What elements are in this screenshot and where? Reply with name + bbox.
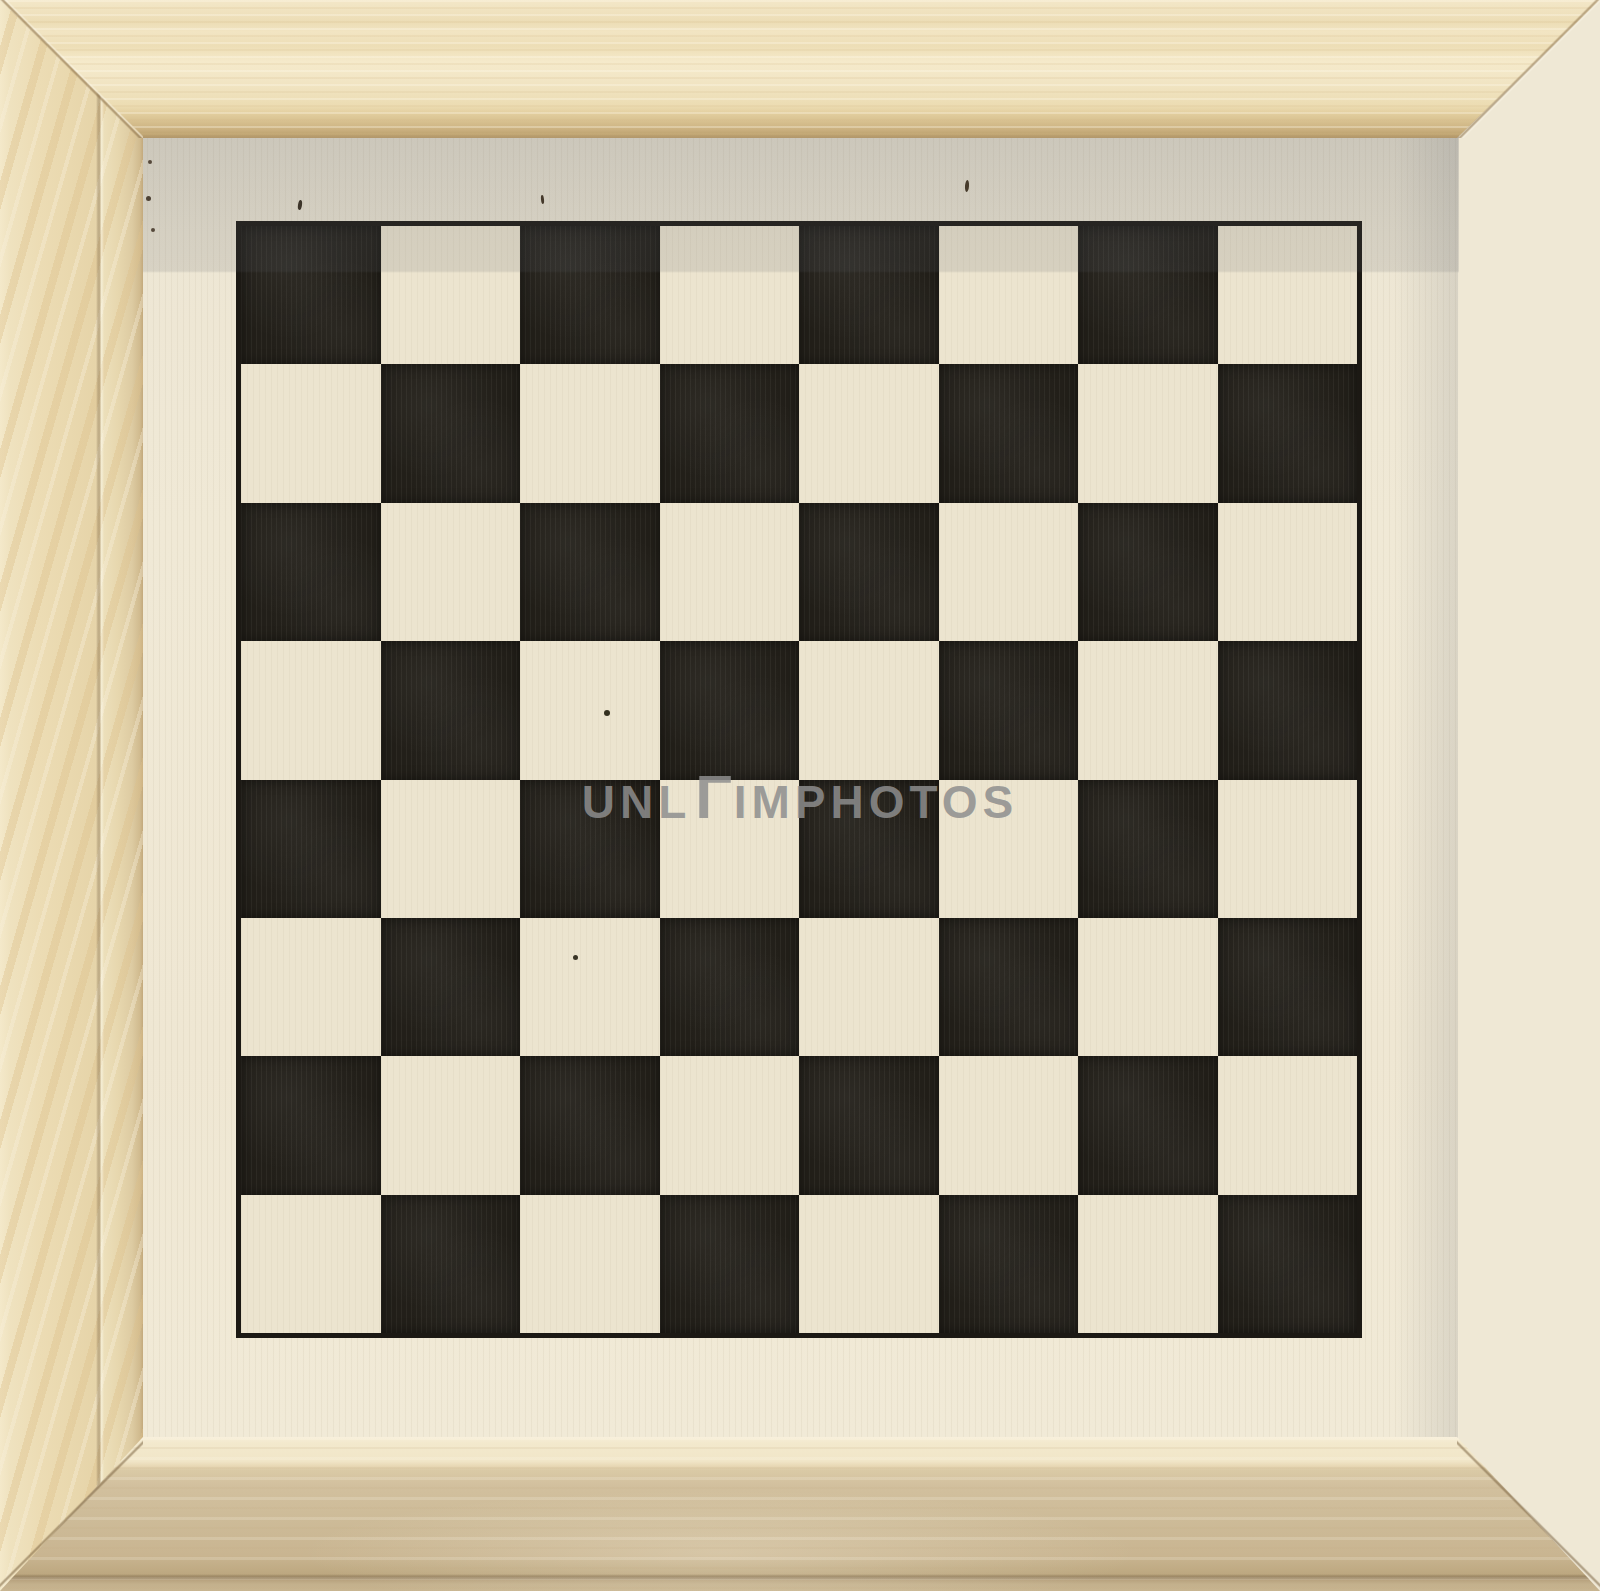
square-e2[interactable] [799,1056,939,1194]
frame-right [1457,0,1600,1591]
miter-seam-bottom-left [0,1437,143,1591]
square-e4[interactable] [799,780,939,918]
square-f6[interactable] [939,503,1079,641]
square-c5[interactable] [520,641,660,779]
square-b8[interactable] [381,226,521,364]
square-h6[interactable] [1218,503,1358,641]
square-f5[interactable] [939,641,1079,779]
square-d5[interactable] [660,641,800,779]
square-b2[interactable] [381,1056,521,1194]
square-c4[interactable] [520,780,660,918]
square-a6[interactable] [241,503,381,641]
wood-knot [86,1370,120,1422]
square-e8[interactable] [799,226,939,364]
square-c2[interactable] [520,1056,660,1194]
frame-left [0,0,143,1591]
square-g8[interactable] [1078,226,1218,364]
square-h8[interactable] [1218,226,1358,364]
square-f4[interactable] [939,780,1079,918]
square-b7[interactable] [381,364,521,502]
miter-seam-bottom-right [1457,1437,1600,1591]
square-d8[interactable] [660,226,800,364]
square-f7[interactable] [939,364,1079,502]
square-c7[interactable] [520,364,660,502]
square-g5[interactable] [1078,641,1218,779]
square-a8[interactable] [241,226,381,364]
square-d4[interactable] [660,780,800,918]
square-b3[interactable] [381,918,521,1056]
square-g1[interactable] [1078,1195,1218,1333]
square-h2[interactable] [1218,1056,1358,1194]
frame-top [0,0,1600,138]
square-a4[interactable] [241,780,381,918]
square-d1[interactable] [660,1195,800,1333]
square-a3[interactable] [241,918,381,1056]
square-d2[interactable] [660,1056,800,1194]
square-d3[interactable] [660,918,800,1056]
square-e6[interactable] [799,503,939,641]
square-g3[interactable] [1078,918,1218,1056]
square-a5[interactable] [241,641,381,779]
square-e7[interactable] [799,364,939,502]
checkerboard [236,221,1362,1338]
dust-speck [203,91,212,103]
square-a1[interactable] [241,1195,381,1333]
square-h3[interactable] [1218,918,1358,1056]
square-e3[interactable] [799,918,939,1056]
square-f2[interactable] [939,1056,1079,1194]
square-g4[interactable] [1078,780,1218,918]
square-c8[interactable] [520,226,660,364]
square-h4[interactable] [1218,780,1358,918]
square-e5[interactable] [799,641,939,779]
square-b1[interactable] [381,1195,521,1333]
square-h1[interactable] [1218,1195,1358,1333]
square-c1[interactable] [520,1195,660,1333]
square-g6[interactable] [1078,503,1218,641]
square-b6[interactable] [381,503,521,641]
square-d6[interactable] [660,503,800,641]
square-h5[interactable] [1218,641,1358,779]
square-b5[interactable] [381,641,521,779]
square-f1[interactable] [939,1195,1079,1333]
square-a2[interactable] [241,1056,381,1194]
miter-seam-top-right [1457,0,1600,138]
square-f8[interactable] [939,226,1079,364]
square-a7[interactable] [241,364,381,502]
square-c3[interactable] [520,918,660,1056]
square-e1[interactable] [799,1195,939,1333]
square-h7[interactable] [1218,364,1358,502]
square-d7[interactable] [660,364,800,502]
square-b4[interactable] [381,780,521,918]
miter-seam-top-left [0,0,143,138]
square-f3[interactable] [939,918,1079,1056]
square-g7[interactable] [1078,364,1218,502]
square-c6[interactable] [520,503,660,641]
board-photo: UNLΓIMPHOTOS [0,0,1600,1591]
frame-bottom [0,1437,1600,1591]
square-g2[interactable] [1078,1056,1218,1194]
